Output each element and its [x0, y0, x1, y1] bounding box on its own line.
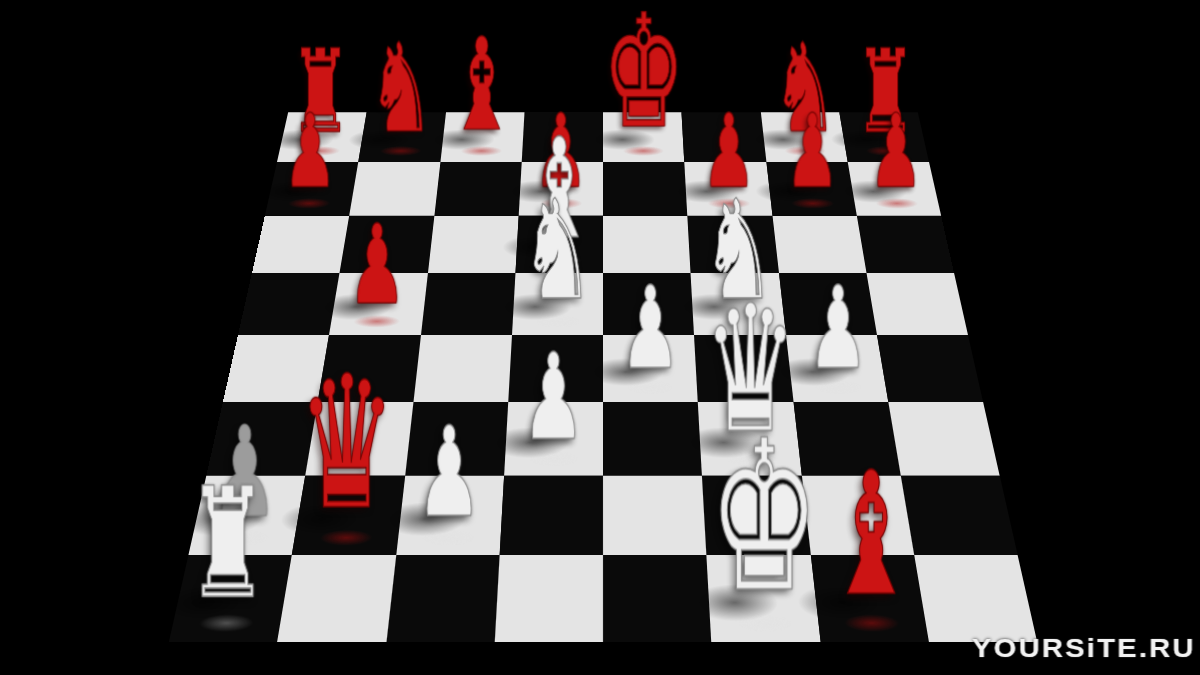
- chess-board: ♜♞♝♚♞♜♟♟♟♟♟♝♟♞♞♟♟♟♛♟♛♟♜♚♝: [169, 112, 1037, 642]
- square-e7: [603, 162, 688, 215]
- reflection-f1: [725, 611, 811, 675]
- white-pawn-e4: ♟: [620, 271, 681, 385]
- square-b5: ♟: [329, 273, 427, 335]
- reflection-g1: [832, 611, 923, 675]
- square-e4: ♟: [603, 335, 698, 402]
- square-a1: ♜: [169, 555, 292, 642]
- square-d1: [494, 555, 603, 642]
- watermark-text: YOURSiTE.RU: [972, 633, 1196, 664]
- white-rook-a1: ♜: [187, 468, 268, 620]
- red-pawn-g7: ♟: [785, 101, 839, 203]
- square-c6: [427, 215, 518, 272]
- square-b2: ♛: [292, 475, 405, 555]
- square-c4: [413, 335, 512, 402]
- square-f1: ♚: [707, 555, 820, 642]
- red-pawn-a7: ♟: [283, 101, 337, 203]
- square-e3: [603, 402, 702, 475]
- square-d3: ♟: [504, 402, 603, 475]
- square-h7: ♟: [848, 162, 942, 215]
- square-g4: ♟: [786, 335, 889, 402]
- wallpaper-scene: ♜♞♝♚♞♜♟♟♟♟♟♝♟♞♞♟♟♟♛♟♛♟♜♚♝ YOURSiTE.RU: [0, 0, 1200, 675]
- square-c8: ♝: [440, 112, 524, 162]
- square-c5: [421, 273, 516, 335]
- square-e8: ♚: [603, 112, 685, 162]
- square-c1: [386, 555, 499, 642]
- reflection-a1: [172, 611, 267, 675]
- red-king-e8: ♚: [602, 0, 685, 150]
- red-pawn-h7: ♟: [869, 101, 923, 203]
- white-pawn-g4: ♟: [808, 271, 869, 385]
- square-c7: [434, 162, 522, 215]
- red-bishop-g1: ♝: [826, 450, 916, 620]
- square-a5: [238, 273, 340, 335]
- square-g1: ♝: [810, 555, 928, 642]
- square-h5: [866, 273, 968, 335]
- square-h1: [914, 555, 1037, 642]
- red-bishop-c8: ♝: [448, 22, 516, 150]
- square-b8: ♞: [358, 112, 445, 162]
- square-h4: [877, 335, 983, 402]
- square-a7: ♟: [265, 162, 359, 215]
- white-pawn-c2: ♟: [416, 411, 482, 535]
- red-pawn-b5: ♟: [348, 210, 406, 320]
- square-c2: ♟: [396, 475, 504, 555]
- square-d2: [499, 475, 603, 555]
- square-g7: ♟: [766, 162, 857, 215]
- square-e1: [603, 555, 712, 642]
- square-e2: [603, 475, 707, 555]
- white-knight-d5: ♞: [521, 182, 594, 320]
- square-h6: [857, 215, 954, 272]
- square-h2: [900, 475, 1017, 555]
- white-pawn-d3: ♟: [522, 338, 585, 457]
- white-king-f1: ♚: [709, 412, 820, 620]
- red-knight-b8: ♞: [368, 27, 433, 150]
- square-d5: ♞: [512, 273, 603, 335]
- red-queen-b2: ♛: [298, 352, 396, 536]
- square-a6: [252, 215, 349, 272]
- square-b1: [277, 555, 395, 642]
